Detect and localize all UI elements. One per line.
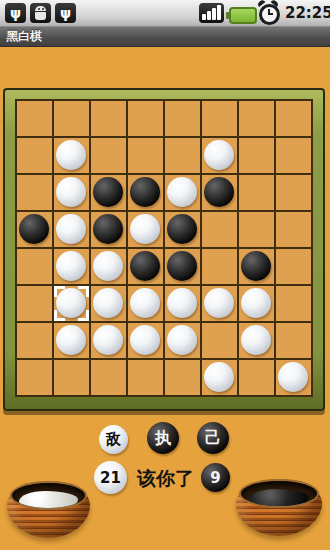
black-stone — [93, 214, 123, 244]
board-cell-r1c5[interactable] — [202, 138, 237, 173]
board-cell-r4c0[interactable] — [17, 249, 52, 284]
white-stone — [167, 325, 197, 355]
app-title: 黑白棋 — [0, 27, 330, 46]
black-stones-bowl — [236, 479, 322, 536]
enemy-side-stone: 敌 — [99, 425, 128, 454]
board-cell-r6c2[interactable] — [91, 323, 126, 358]
board-cell-r3c5[interactable] — [202, 212, 237, 247]
white-count-badge: 21 — [94, 461, 127, 494]
status-time: 22:25 — [285, 4, 330, 22]
board-cell-r3c2[interactable] — [91, 212, 126, 247]
board-cell-r7c1[interactable] — [54, 360, 89, 395]
bowl-mouth — [241, 481, 317, 506]
hold-label: 执 — [155, 428, 171, 449]
white-stone — [56, 140, 86, 170]
black-stone — [167, 214, 197, 244]
board-cell-r7c5[interactable] — [202, 360, 237, 395]
black-stone — [130, 177, 160, 207]
white-stone — [130, 325, 160, 355]
android-robot-eye — [38, 8, 40, 10]
signal-icon — [199, 3, 224, 23]
board-cell-r7c6[interactable] — [239, 360, 274, 395]
board[interactable] — [15, 99, 313, 397]
board-cell-r2c4[interactable] — [165, 175, 200, 210]
white-stone — [93, 251, 123, 281]
board-cell-r5c2[interactable] — [91, 286, 126, 321]
white-stones-bowl — [7, 481, 90, 538]
board-cell-r2c5[interactable] — [202, 175, 237, 210]
white-stone — [56, 214, 86, 244]
board-cell-r2c7[interactable] — [276, 175, 311, 210]
board-cell-r7c2[interactable] — [91, 360, 126, 395]
black-count: 9 — [210, 469, 220, 487]
board-cell-r1c2[interactable] — [91, 138, 126, 173]
board-cell-r7c4[interactable] — [165, 360, 200, 395]
white-stone-pile — [19, 491, 77, 509]
board-cell-r0c1[interactable] — [54, 101, 89, 136]
white-stone — [56, 251, 86, 281]
board-cell-r6c7[interactable] — [276, 323, 311, 358]
board-cell-r1c0[interactable] — [17, 138, 52, 173]
board-cell-r4c3[interactable] — [128, 249, 163, 284]
board-cell-r6c6[interactable] — [239, 323, 274, 358]
board-cell-r4c4[interactable] — [165, 249, 200, 284]
white-stone — [130, 288, 160, 318]
board-cell-r7c0[interactable] — [17, 360, 52, 395]
black-stone — [241, 251, 271, 281]
board-cell-r3c3[interactable] — [128, 212, 163, 247]
board-cell-r5c7[interactable] — [276, 286, 311, 321]
black-stone — [93, 177, 123, 207]
board-cell-r0c3[interactable] — [128, 101, 163, 136]
board-cell-r4c7[interactable] — [276, 249, 311, 284]
board-cell-r2c2[interactable] — [91, 175, 126, 210]
board-cell-r2c6[interactable] — [239, 175, 274, 210]
board-cell-r6c3[interactable] — [128, 323, 163, 358]
white-stone — [167, 288, 197, 318]
status-bar[interactable]: ψ ψ 22:25 — [0, 0, 330, 27]
white-count: 21 — [100, 469, 121, 487]
enemy-label: 敌 — [106, 430, 121, 449]
board-cell-r1c3[interactable] — [128, 138, 163, 173]
android-robot-body — [35, 12, 46, 20]
usb-icon: ψ — [5, 3, 26, 23]
white-stone — [241, 325, 271, 355]
board-cell-r4c1[interactable] — [54, 249, 89, 284]
black-count-badge: 9 — [201, 463, 230, 492]
board-cell-r1c1[interactable] — [54, 138, 89, 173]
board-cell-r0c5[interactable] — [202, 101, 237, 136]
white-stone — [278, 362, 308, 392]
board-cell-r0c6[interactable] — [239, 101, 274, 136]
black-stone — [19, 214, 49, 244]
bowl-mouth — [12, 483, 85, 508]
white-stone — [56, 177, 86, 207]
alarm-clock-icon — [259, 4, 280, 25]
self-side-stone: 己 — [197, 422, 229, 454]
android-robot-head — [35, 6, 46, 11]
board-cell-r6c0[interactable] — [17, 323, 52, 358]
board-cell-r3c0[interactable] — [17, 212, 52, 247]
board-cell-r0c2[interactable] — [91, 101, 126, 136]
board-cell-r6c4[interactable] — [165, 323, 200, 358]
black-stone — [167, 251, 197, 281]
self-label: 己 — [205, 428, 221, 449]
board-cell-r6c5[interactable] — [202, 323, 237, 358]
board-cell-r2c3[interactable] — [128, 175, 163, 210]
board-cell-r5c4[interactable] — [165, 286, 200, 321]
white-stone — [93, 288, 123, 318]
black-stone-pile — [249, 489, 310, 507]
board-cell-r4c2[interactable] — [91, 249, 126, 284]
white-stone — [204, 362, 234, 392]
board-cell-r5c1[interactable] — [54, 286, 89, 321]
white-stone — [241, 288, 271, 318]
board-cell-r0c7[interactable] — [276, 101, 311, 136]
usb-icon: ψ — [55, 3, 76, 23]
board-cell-r5c3[interactable] — [128, 286, 163, 321]
board-cell-r2c0[interactable] — [17, 175, 52, 210]
board-frame — [3, 88, 325, 411]
board-cell-r3c1[interactable] — [54, 212, 89, 247]
white-stone — [93, 325, 123, 355]
board-cell-r5c5[interactable] — [202, 286, 237, 321]
black-stone — [130, 251, 160, 281]
battery-icon — [229, 7, 257, 24]
board-cell-r1c7[interactable] — [276, 138, 311, 173]
board-cell-r3c6[interactable] — [239, 212, 274, 247]
board-cell-r2c1[interactable] — [54, 175, 89, 210]
android-icon — [30, 3, 51, 23]
board-cell-r4c5[interactable] — [202, 249, 237, 284]
selected-cell-marker — [54, 286, 89, 321]
board-cell-r3c4[interactable] — [165, 212, 200, 247]
white-stone — [130, 214, 160, 244]
android-robot-eye — [42, 8, 44, 10]
board-cell-r1c6[interactable] — [239, 138, 274, 173]
hold-side-stone: 执 — [147, 422, 179, 454]
white-stone — [56, 325, 86, 355]
turn-indicator-text: 该你了 — [137, 466, 194, 492]
board-cell-r0c4[interactable] — [165, 101, 200, 136]
board-cell-r0c0[interactable] — [17, 101, 52, 136]
black-stone — [204, 177, 234, 207]
board-cell-r5c0[interactable] — [17, 286, 52, 321]
board-cell-r3c7[interactable] — [276, 212, 311, 247]
board-cell-r4c6[interactable] — [239, 249, 274, 284]
app-screen: ψ ψ 22:25 黑白棋 敌 执 己 — [0, 0, 330, 550]
white-stone — [204, 140, 234, 170]
white-stone — [167, 177, 197, 207]
board-cell-r5c6[interactable] — [239, 286, 274, 321]
board-cell-r7c7[interactable] — [276, 360, 311, 395]
board-cell-r1c4[interactable] — [165, 138, 200, 173]
title-bar: 黑白棋 — [0, 27, 330, 47]
board-cell-r7c3[interactable] — [128, 360, 163, 395]
board-cell-r6c1[interactable] — [54, 323, 89, 358]
white-stone — [204, 288, 234, 318]
